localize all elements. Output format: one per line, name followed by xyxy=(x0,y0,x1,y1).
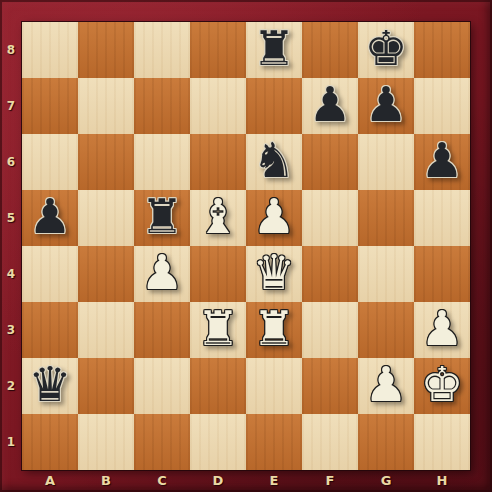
square-f2[interactable] xyxy=(302,358,358,414)
file-label-d: D xyxy=(190,469,246,492)
square-h8[interactable] xyxy=(414,22,470,78)
square-e6[interactable]: ♞ xyxy=(246,134,302,190)
square-b4[interactable] xyxy=(78,246,134,302)
square-h4[interactable] xyxy=(414,246,470,302)
piece-white-pawn[interactable]: ♟ xyxy=(252,192,295,240)
chess-board: ♜♚♟♟♞♟♟♜♝♟♟♛♜♜♟♛♟♚ xyxy=(22,22,470,470)
square-h6[interactable]: ♟ xyxy=(414,134,470,190)
square-g1[interactable] xyxy=(358,414,414,470)
file-label-a: A xyxy=(22,469,78,492)
square-g3[interactable] xyxy=(358,302,414,358)
square-e8[interactable]: ♜ xyxy=(246,22,302,78)
square-g2[interactable]: ♟ xyxy=(358,358,414,414)
square-f5[interactable] xyxy=(302,190,358,246)
square-c2[interactable] xyxy=(134,358,190,414)
square-g8[interactable]: ♚ xyxy=(358,22,414,78)
rank-label-4: 4 xyxy=(0,246,22,302)
piece-white-pawn[interactable]: ♟ xyxy=(420,304,463,352)
file-label-c: C xyxy=(134,469,190,492)
rank-label-5: 5 xyxy=(0,190,22,246)
square-b2[interactable] xyxy=(78,358,134,414)
piece-black-pawn[interactable]: ♟ xyxy=(364,80,407,128)
piece-white-king[interactable]: ♚ xyxy=(420,360,463,408)
square-b7[interactable] xyxy=(78,78,134,134)
square-a3[interactable] xyxy=(22,302,78,358)
square-c7[interactable] xyxy=(134,78,190,134)
board-frame: ♜♚♟♟♞♟♟♜♝♟♟♛♜♜♟♛♟♚ 87654321ABCDEFGH xyxy=(0,0,492,492)
square-a5[interactable]: ♟ xyxy=(22,190,78,246)
square-g6[interactable] xyxy=(358,134,414,190)
rank-label-2: 2 xyxy=(0,358,22,414)
file-label-b: B xyxy=(78,469,134,492)
rank-label-1: 1 xyxy=(0,414,22,470)
square-a8[interactable] xyxy=(22,22,78,78)
square-d7[interactable] xyxy=(190,78,246,134)
square-g4[interactable] xyxy=(358,246,414,302)
square-c1[interactable] xyxy=(134,414,190,470)
square-d4[interactable] xyxy=(190,246,246,302)
square-a4[interactable] xyxy=(22,246,78,302)
piece-white-rook[interactable]: ♜ xyxy=(196,304,239,352)
rank-label-3: 3 xyxy=(0,302,22,358)
piece-black-pawn[interactable]: ♟ xyxy=(308,80,351,128)
square-e7[interactable] xyxy=(246,78,302,134)
piece-black-pawn[interactable]: ♟ xyxy=(28,192,71,240)
square-g5[interactable] xyxy=(358,190,414,246)
square-b5[interactable] xyxy=(78,190,134,246)
square-b6[interactable] xyxy=(78,134,134,190)
square-d5[interactable]: ♝ xyxy=(190,190,246,246)
square-f7[interactable]: ♟ xyxy=(302,78,358,134)
square-a7[interactable] xyxy=(22,78,78,134)
square-d8[interactable] xyxy=(190,22,246,78)
square-d3[interactable]: ♜ xyxy=(190,302,246,358)
piece-black-rook[interactable]: ♜ xyxy=(252,24,295,72)
square-f8[interactable] xyxy=(302,22,358,78)
square-f3[interactable] xyxy=(302,302,358,358)
square-h7[interactable] xyxy=(414,78,470,134)
square-c6[interactable] xyxy=(134,134,190,190)
square-b3[interactable] xyxy=(78,302,134,358)
square-c8[interactable] xyxy=(134,22,190,78)
square-d2[interactable] xyxy=(190,358,246,414)
piece-white-queen[interactable]: ♛ xyxy=(252,248,295,296)
square-c3[interactable] xyxy=(134,302,190,358)
square-a2[interactable]: ♛ xyxy=(22,358,78,414)
square-d6[interactable] xyxy=(190,134,246,190)
piece-black-queen[interactable]: ♛ xyxy=(28,360,71,408)
square-e4[interactable]: ♛ xyxy=(246,246,302,302)
piece-black-king[interactable]: ♚ xyxy=(364,24,407,72)
square-e2[interactable] xyxy=(246,358,302,414)
square-f1[interactable] xyxy=(302,414,358,470)
square-c5[interactable]: ♜ xyxy=(134,190,190,246)
square-f4[interactable] xyxy=(302,246,358,302)
piece-black-rook[interactable]: ♜ xyxy=(140,192,183,240)
rank-label-8: 8 xyxy=(0,22,22,78)
rank-label-7: 7 xyxy=(0,78,22,134)
square-e1[interactable] xyxy=(246,414,302,470)
square-e5[interactable]: ♟ xyxy=(246,190,302,246)
square-f6[interactable] xyxy=(302,134,358,190)
piece-white-bishop[interactable]: ♝ xyxy=(196,192,239,240)
square-c4[interactable]: ♟ xyxy=(134,246,190,302)
square-a6[interactable] xyxy=(22,134,78,190)
square-d1[interactable] xyxy=(190,414,246,470)
piece-black-pawn[interactable]: ♟ xyxy=(420,136,463,184)
file-label-e: E xyxy=(246,469,302,492)
square-h3[interactable]: ♟ xyxy=(414,302,470,358)
square-g7[interactable]: ♟ xyxy=(358,78,414,134)
square-a1[interactable] xyxy=(22,414,78,470)
file-label-f: F xyxy=(302,469,358,492)
file-label-g: G xyxy=(358,469,414,492)
piece-white-pawn[interactable]: ♟ xyxy=(364,360,407,408)
square-h5[interactable] xyxy=(414,190,470,246)
square-h2[interactable]: ♚ xyxy=(414,358,470,414)
piece-white-pawn[interactable]: ♟ xyxy=(140,248,183,296)
piece-black-knight[interactable]: ♞ xyxy=(252,136,295,184)
square-e3[interactable]: ♜ xyxy=(246,302,302,358)
square-b8[interactable] xyxy=(78,22,134,78)
square-h1[interactable] xyxy=(414,414,470,470)
piece-white-rook[interactable]: ♜ xyxy=(252,304,295,352)
square-b1[interactable] xyxy=(78,414,134,470)
file-label-h: H xyxy=(414,469,470,492)
rank-label-6: 6 xyxy=(0,134,22,190)
